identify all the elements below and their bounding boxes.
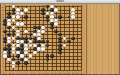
black-stone bbox=[37, 40, 41, 43]
white-stone bbox=[12, 37, 16, 40]
grid-horizontal-line bbox=[5, 20, 82, 21]
black-stone bbox=[33, 26, 37, 29]
coordinate-label-left: 1 bbox=[0, 69, 4, 71]
black-stone bbox=[58, 51, 62, 54]
white-stone bbox=[24, 30, 28, 33]
black-stone bbox=[3, 22, 7, 25]
white-stone bbox=[12, 51, 16, 54]
white-stone bbox=[41, 30, 45, 33]
coordinate-label-bottom: 19 bbox=[80, 72, 84, 74]
black-stone bbox=[71, 37, 75, 40]
grid-horizontal-line bbox=[5, 66, 82, 67]
white-stone bbox=[41, 26, 45, 29]
go-board[interactable]: 1234567891011121314151617181912345678910… bbox=[0, 4, 86, 75]
star-point bbox=[43, 16, 44, 17]
star-point bbox=[43, 38, 44, 39]
white-stone bbox=[20, 22, 24, 25]
coordinate-label-left: 17 bbox=[0, 13, 4, 15]
white-stone bbox=[37, 47, 41, 50]
white-stone bbox=[16, 15, 20, 18]
white-stone bbox=[37, 33, 41, 36]
white-stone bbox=[24, 51, 28, 54]
white-stone bbox=[20, 40, 24, 43]
coordinate-label-left: 8 bbox=[0, 44, 4, 46]
white-stone bbox=[24, 8, 28, 11]
coordinate-label-left: 3 bbox=[0, 62, 4, 64]
coordinate-label-left: 19 bbox=[0, 6, 4, 8]
grid-horizontal-line bbox=[5, 70, 82, 71]
black-stone bbox=[29, 33, 33, 36]
black-stone bbox=[67, 40, 71, 43]
coordinate-label-left: 4 bbox=[0, 58, 4, 60]
white-stone bbox=[7, 58, 11, 61]
window-title: Goban bbox=[0, 0, 120, 3]
white-stone bbox=[54, 22, 58, 25]
black-stone bbox=[20, 58, 24, 61]
black-stone bbox=[3, 30, 7, 33]
black-stone bbox=[16, 54, 20, 57]
white-stone bbox=[20, 12, 24, 15]
black-stone bbox=[41, 12, 45, 15]
coordinate-label-left: 18 bbox=[0, 9, 4, 11]
black-stone bbox=[46, 19, 50, 22]
black-stone bbox=[33, 40, 37, 43]
white-stone bbox=[71, 15, 75, 18]
white-stone bbox=[12, 19, 16, 22]
white-stone bbox=[16, 40, 20, 43]
white-stone bbox=[12, 65, 16, 68]
black-stone bbox=[50, 54, 54, 57]
black-stone bbox=[58, 15, 62, 18]
black-stone bbox=[46, 40, 50, 43]
black-stone bbox=[12, 33, 16, 36]
white-stone bbox=[3, 54, 7, 57]
white-stone bbox=[29, 40, 33, 43]
black-stone bbox=[3, 40, 7, 43]
coordinate-label-left: 13 bbox=[0, 27, 4, 29]
grid-horizontal-line bbox=[5, 6, 82, 7]
black-stone bbox=[16, 61, 20, 64]
star-point bbox=[43, 59, 44, 60]
white-stone bbox=[16, 22, 20, 25]
coordinate-label-left: 11 bbox=[0, 34, 4, 36]
white-stone bbox=[33, 33, 37, 36]
black-stone bbox=[46, 5, 50, 8]
go-app-window: { "window": { "title": "Goban" }, "game"… bbox=[0, 0, 120, 75]
black-stone bbox=[7, 33, 11, 36]
black-stone bbox=[54, 30, 58, 33]
black-stone bbox=[37, 26, 41, 29]
black-stone bbox=[58, 33, 62, 36]
black-stone bbox=[58, 40, 62, 43]
black-stone bbox=[24, 15, 28, 18]
white-stone bbox=[12, 26, 16, 29]
black-stone bbox=[24, 61, 28, 64]
white-stone bbox=[29, 44, 33, 47]
white-stone bbox=[16, 33, 20, 36]
white-stone bbox=[7, 40, 11, 43]
black-stone bbox=[46, 58, 50, 61]
coordinate-label-left: 16 bbox=[0, 16, 4, 18]
side-panel: Move 57 Black to play 12 8 Komi 5.5 Blac… bbox=[86, 4, 120, 75]
white-stone bbox=[41, 47, 45, 50]
black-stone bbox=[24, 40, 28, 43]
black-stone bbox=[50, 26, 54, 29]
white-stone bbox=[33, 51, 37, 54]
white-stone bbox=[29, 54, 33, 57]
white-stone bbox=[63, 44, 67, 47]
white-stone bbox=[54, 8, 58, 11]
white-stone bbox=[63, 37, 67, 40]
black-stone bbox=[7, 26, 11, 29]
black-stone bbox=[46, 44, 50, 47]
coordinate-label-left: 2 bbox=[0, 65, 4, 67]
black-stone bbox=[41, 40, 45, 43]
coordinate-label-top: 19 bbox=[80, 4, 84, 6]
